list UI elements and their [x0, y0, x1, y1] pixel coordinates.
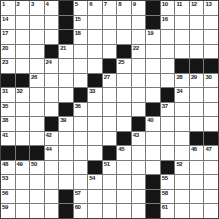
clue-number: 42 [46, 132, 52, 139]
crossword-cell[interactable] [204, 204, 218, 218]
clue-number: 18 [75, 30, 81, 37]
crossword-cell[interactable] [132, 190, 146, 204]
crossword-cell[interactable] [161, 74, 175, 88]
crossword-cell[interactable]: 55 [161, 175, 175, 189]
clue-number: 59 [2, 204, 8, 211]
crossword-cell[interactable]: 21 [59, 45, 73, 59]
crossword-cell[interactable] [59, 161, 73, 175]
clue-number: 41 [2, 132, 8, 139]
crossword-cell[interactable]: 4 [45, 1, 59, 15]
blocked-cell [88, 161, 102, 175]
crossword-cell[interactable]: 26 [30, 74, 44, 88]
blocked-cell [30, 146, 44, 160]
crossword-cell[interactable]: 49 [16, 161, 30, 175]
crossword-cell[interactable]: 39 [59, 117, 73, 131]
clue-number: 28 [176, 74, 182, 81]
crossword-cell[interactable]: 60 [74, 204, 88, 218]
crossword-cell[interactable] [132, 161, 146, 175]
crossword-cell[interactable] [204, 30, 218, 44]
crossword-cell[interactable] [175, 16, 189, 30]
crossword-cell[interactable]: 19 [146, 30, 160, 44]
crossword-cell[interactable]: 6 [88, 1, 102, 15]
crossword-cell[interactable]: 13 [204, 1, 218, 15]
crossword-cell[interactable] [30, 45, 44, 59]
crossword-cell[interactable]: 2 [16, 1, 30, 15]
crossword-cell[interactable] [59, 132, 73, 146]
clue-number: 54 [89, 175, 95, 182]
clue-number: 36 [75, 103, 81, 110]
clue-number: 38 [2, 117, 8, 124]
crossword-cell[interactable] [45, 88, 59, 102]
crossword-cell[interactable] [103, 16, 117, 30]
crossword-cell[interactable] [175, 45, 189, 59]
crossword-cell[interactable]: 59 [1, 204, 15, 218]
blocked-cell [59, 1, 73, 15]
clue-number: 56 [2, 190, 8, 197]
crossword-cell[interactable] [59, 175, 73, 189]
clue-number: 61 [162, 204, 168, 211]
crossword-cell[interactable] [16, 132, 30, 146]
crossword-cell[interactable] [117, 117, 131, 131]
crossword-cell[interactable] [204, 175, 218, 189]
crossword-cell[interactable] [146, 146, 160, 160]
clue-number: 5 [75, 1, 78, 8]
crossword-cell[interactable] [103, 190, 117, 204]
crossword-cell[interactable] [175, 117, 189, 131]
crossword-cell[interactable] [74, 117, 88, 131]
crossword-cell[interactable] [175, 132, 189, 146]
crossword-cell[interactable]: 56 [1, 190, 15, 204]
crossword-cell[interactable] [132, 204, 146, 218]
clue-number: 25 [118, 59, 124, 66]
crossword-cell[interactable]: 18 [74, 30, 88, 44]
clue-number: 40 [147, 117, 153, 124]
crossword-cell[interactable]: 32 [16, 88, 30, 102]
crossword-cell[interactable] [59, 146, 73, 160]
clue-number: 39 [60, 117, 66, 124]
crossword-cell[interactable] [117, 204, 131, 218]
crossword-cell[interactable] [103, 88, 117, 102]
blocked-cell [103, 59, 117, 73]
crossword-cell[interactable] [175, 204, 189, 218]
crossword-cell[interactable]: 34 [175, 88, 189, 102]
crossword-cell[interactable] [204, 117, 218, 131]
crossword-cell[interactable] [146, 74, 160, 88]
crossword-cell[interactable] [16, 117, 30, 131]
clue-number: 24 [46, 59, 52, 66]
crossword-cell[interactable] [161, 146, 175, 160]
crossword-cell[interactable] [132, 88, 146, 102]
crossword-cell[interactable] [30, 132, 44, 146]
crossword-cell[interactable] [190, 161, 204, 175]
crossword-cell[interactable]: 20 [1, 45, 15, 59]
crossword-cell[interactable]: 3 [30, 1, 44, 15]
crossword-cell[interactable] [88, 204, 102, 218]
crossword-cell[interactable] [117, 161, 131, 175]
crossword-cell[interactable]: 54 [88, 175, 102, 189]
crossword-cell[interactable] [190, 117, 204, 131]
crossword-cell[interactable] [175, 103, 189, 117]
crossword-cell[interactable] [45, 103, 59, 117]
crossword-cell[interactable] [103, 30, 117, 44]
clue-number: 8 [118, 1, 121, 8]
crossword-cell[interactable]: 42 [45, 132, 59, 146]
crossword-cell[interactable] [30, 117, 44, 131]
crossword-cell[interactable]: 5 [74, 1, 88, 15]
crossword-cell[interactable]: 29 [190, 74, 204, 88]
blocked-cell [59, 30, 73, 44]
crossword-cell[interactable]: 30 [204, 74, 218, 88]
crossword-cell[interactable] [117, 16, 131, 30]
blocked-cell [146, 190, 160, 204]
crossword-cell[interactable]: 12 [190, 1, 204, 15]
crossword-cell[interactable]: 10 [161, 1, 175, 15]
clue-number: 47 [205, 146, 211, 153]
crossword-cell[interactable] [45, 190, 59, 204]
crossword-cell[interactable] [175, 190, 189, 204]
crossword-cell[interactable] [161, 117, 175, 131]
crossword-cell[interactable] [45, 74, 59, 88]
crossword-cell[interactable]: 15 [74, 16, 88, 30]
clue-number: 31 [2, 88, 8, 95]
crossword-cell[interactable] [190, 30, 204, 44]
clue-number: 4 [46, 1, 49, 8]
clue-number: 44 [46, 146, 52, 153]
crossword-cell[interactable] [88, 132, 102, 146]
crossword-cell[interactable] [45, 175, 59, 189]
crossword-cell[interactable] [204, 190, 218, 204]
crossword-cell[interactable] [132, 103, 146, 117]
crossword-cell[interactable] [74, 59, 88, 73]
blocked-cell [59, 16, 73, 30]
crossword-cell[interactable]: 61 [161, 204, 175, 218]
crossword-cell[interactable]: 41 [1, 132, 15, 146]
clue-number: 1 [2, 1, 5, 8]
crossword-cell[interactable] [132, 146, 146, 160]
crossword-cell[interactable]: 37 [161, 103, 175, 117]
crossword-cell[interactable]: 25 [117, 59, 131, 73]
crossword-cell[interactable]: 52 [175, 161, 189, 175]
crossword-cell[interactable] [103, 175, 117, 189]
crossword-cell[interactable] [30, 190, 44, 204]
crossword-cell[interactable] [132, 16, 146, 30]
clue-number: 26 [31, 74, 37, 81]
crossword-cell[interactable] [204, 161, 218, 175]
blocked-cell [146, 103, 160, 117]
blocked-cell [146, 204, 160, 218]
crossword-cell[interactable] [45, 30, 59, 44]
crossword-cell[interactable]: 40 [146, 117, 160, 131]
crossword-cell[interactable] [45, 161, 59, 175]
crossword-cell[interactable] [190, 204, 204, 218]
blocked-cell [59, 103, 73, 117]
crossword-cell[interactable] [132, 59, 146, 73]
crossword-cell[interactable]: 33 [88, 88, 102, 102]
crossword-cell[interactable] [161, 132, 175, 146]
crossword-cell[interactable] [16, 103, 30, 117]
crossword-cell[interactable] [88, 190, 102, 204]
crossword-cell[interactable] [30, 175, 44, 189]
crossword-cell[interactable]: 36 [74, 103, 88, 117]
crossword-cell[interactable] [103, 103, 117, 117]
crossword-cell[interactable] [103, 204, 117, 218]
crossword-cell[interactable]: 45 [117, 146, 131, 160]
clue-number: 13 [205, 1, 211, 8]
clue-number: 14 [2, 16, 8, 23]
crossword-cell[interactable]: 51 [103, 161, 117, 175]
clue-number: 50 [31, 161, 37, 168]
clue-number: 10 [162, 1, 168, 8]
crossword-cell[interactable] [190, 88, 204, 102]
crossword-cell[interactable] [88, 45, 102, 59]
blocked-cell [117, 132, 131, 146]
crossword-cell[interactable]: 50 [30, 161, 44, 175]
crossword-cell[interactable] [103, 45, 117, 59]
clue-number: 27 [104, 74, 110, 81]
crossword-cell[interactable]: 44 [45, 146, 59, 160]
clue-number: 11 [176, 1, 182, 8]
crossword-cell[interactable] [161, 45, 175, 59]
blocked-cell [204, 132, 218, 146]
crossword-cell[interactable]: 1 [1, 1, 15, 15]
clue-number: 19 [147, 30, 153, 37]
crossword-cell[interactable] [30, 204, 44, 218]
crossword-cell[interactable] [146, 132, 160, 146]
crossword-cell[interactable] [16, 204, 30, 218]
blocked-cell [190, 132, 204, 146]
crossword-cell[interactable] [30, 88, 44, 102]
clue-number: 35 [2, 103, 8, 110]
clue-number: 29 [191, 74, 197, 81]
crossword-cell[interactable] [132, 175, 146, 189]
blocked-cell [16, 74, 30, 88]
crossword-cell[interactable] [88, 117, 102, 131]
blocked-cell [146, 175, 160, 189]
blocked-cell [59, 204, 73, 218]
crossword-cell[interactable]: 8 [117, 1, 131, 15]
crossword-cell[interactable] [16, 175, 30, 189]
crossword-cell[interactable] [45, 204, 59, 218]
clue-number: 15 [75, 16, 81, 23]
clue-number: 22 [133, 45, 139, 52]
crossword-cell[interactable]: 38 [1, 117, 15, 131]
crossword-cell[interactable] [16, 16, 30, 30]
crossword-grid: 1234567891011121314151617181920212223242… [0, 0, 219, 219]
crossword-cell[interactable] [117, 88, 131, 102]
crossword-cell[interactable]: 53 [1, 175, 15, 189]
crossword-cell[interactable] [204, 103, 218, 117]
clue-number: 20 [2, 45, 8, 52]
blocked-cell [88, 74, 102, 88]
crossword-cell[interactable] [132, 30, 146, 44]
crossword-cell[interactable] [175, 146, 189, 160]
crossword-cell[interactable]: 58 [161, 190, 175, 204]
blocked-cell [146, 16, 160, 30]
clue-number: 12 [191, 1, 197, 8]
crossword-cell[interactable] [16, 190, 30, 204]
clue-number: 21 [60, 45, 66, 52]
crossword-cell[interactable] [132, 74, 146, 88]
crossword-cell[interactable] [30, 30, 44, 44]
crossword-cell[interactable] [88, 103, 102, 117]
crossword-cell[interactable] [117, 103, 131, 117]
crossword-cell[interactable] [16, 45, 30, 59]
blocked-cell [161, 88, 175, 102]
crossword-cell[interactable]: 47 [204, 146, 218, 160]
crossword-cell[interactable] [204, 45, 218, 59]
clue-number: 34 [176, 88, 182, 95]
crossword-cell[interactable]: 31 [1, 88, 15, 102]
blocked-cell [161, 161, 175, 175]
blocked-cell [146, 1, 160, 15]
clue-number: 46 [191, 146, 197, 153]
crossword-cell[interactable] [117, 74, 131, 88]
clue-number: 52 [176, 161, 182, 168]
crossword-cell[interactable]: 43 [132, 132, 146, 146]
crossword-cell[interactable]: 22 [132, 45, 146, 59]
clue-number: 57 [75, 190, 81, 197]
crossword-cell[interactable]: 27 [103, 74, 117, 88]
blocked-cell [45, 45, 59, 59]
clue-number: 51 [104, 161, 110, 168]
crossword-cell[interactable] [190, 16, 204, 30]
crossword-cell[interactable] [190, 190, 204, 204]
crossword-cell[interactable] [59, 59, 73, 73]
crossword-cell[interactable] [146, 161, 160, 175]
clue-number: 2 [17, 1, 20, 8]
blocked-cell [175, 59, 189, 73]
crossword-cell[interactable]: 17 [1, 30, 15, 44]
crossword-cell[interactable] [88, 30, 102, 44]
crossword-cell[interactable] [30, 16, 44, 30]
blocked-cell [16, 146, 30, 160]
crossword-cell[interactable] [190, 103, 204, 117]
clue-number: 16 [162, 16, 168, 23]
clue-number: 37 [162, 103, 168, 110]
crossword-cell[interactable] [146, 45, 160, 59]
crossword-cell[interactable]: 48 [1, 161, 15, 175]
crossword-cell[interactable] [161, 30, 175, 44]
crossword-cell[interactable]: 28 [175, 74, 189, 88]
crossword-cell[interactable] [204, 88, 218, 102]
clue-number: 3 [31, 1, 34, 8]
clue-number: 33 [89, 88, 95, 95]
crossword-cell[interactable] [117, 175, 131, 189]
crossword-cell[interactable] [146, 88, 160, 102]
crossword-cell[interactable] [74, 132, 88, 146]
crossword-cell[interactable] [74, 161, 88, 175]
clue-number: 55 [162, 175, 168, 182]
blocked-cell [1, 146, 15, 160]
crossword-cell[interactable] [88, 146, 102, 160]
crossword-cell[interactable] [74, 146, 88, 160]
crossword-cell[interactable] [59, 74, 73, 88]
crossword-cell[interactable] [59, 88, 73, 102]
crossword-cell[interactable] [161, 59, 175, 73]
crossword-cell[interactable]: 23 [1, 59, 15, 73]
crossword-cell[interactable] [146, 59, 160, 73]
crossword-cell[interactable] [45, 16, 59, 30]
crossword-cell[interactable] [74, 175, 88, 189]
blocked-cell [204, 59, 218, 73]
crossword-cell[interactable] [117, 30, 131, 44]
crossword-cell[interactable]: 46 [190, 146, 204, 160]
crossword-cell[interactable] [74, 74, 88, 88]
crossword-cell[interactable] [16, 59, 30, 73]
crossword-cell[interactable]: 7 [103, 1, 117, 15]
clue-number: 53 [2, 175, 8, 182]
crossword-cell[interactable] [190, 45, 204, 59]
clue-number: 58 [162, 190, 168, 197]
blocked-cell [132, 117, 146, 131]
blocked-cell [1, 74, 15, 88]
crossword-cell[interactable] [204, 16, 218, 30]
clue-number: 48 [2, 161, 8, 168]
clue-number: 9 [133, 1, 136, 8]
crossword-cell[interactable] [175, 30, 189, 44]
blocked-cell [59, 190, 73, 204]
crossword-cell[interactable] [30, 59, 44, 73]
crossword-cell[interactable]: 14 [1, 16, 15, 30]
crossword-cell[interactable]: 24 [45, 59, 59, 73]
clue-number: 32 [17, 88, 23, 95]
crossword-cell[interactable] [103, 132, 117, 146]
clue-number: 30 [205, 74, 211, 81]
clue-number: 23 [2, 59, 8, 66]
crossword-cell[interactable] [103, 117, 117, 131]
clue-number: 17 [2, 30, 8, 37]
crossword-cell[interactable] [74, 45, 88, 59]
crossword-cell[interactable]: 57 [74, 190, 88, 204]
clue-number: 7 [104, 1, 107, 8]
crossword-cell[interactable]: 35 [1, 103, 15, 117]
crossword-cell[interactable] [16, 30, 30, 44]
crossword-cell[interactable] [190, 175, 204, 189]
blocked-cell [45, 117, 59, 131]
crossword-cell[interactable] [175, 175, 189, 189]
blocked-cell [74, 88, 88, 102]
blocked-cell [190, 59, 204, 73]
crossword-cell[interactable] [88, 59, 102, 73]
crossword-cell[interactable]: 11 [175, 1, 189, 15]
clue-number: 49 [17, 161, 23, 168]
blocked-cell [103, 146, 117, 160]
crossword-cell[interactable]: 16 [161, 16, 175, 30]
crossword-cell[interactable]: 9 [132, 1, 146, 15]
crossword-cell[interactable] [117, 190, 131, 204]
clue-number: 45 [118, 146, 124, 153]
clue-number: 6 [89, 1, 92, 8]
crossword-cell[interactable] [88, 16, 102, 30]
clue-number: 60 [75, 204, 81, 211]
crossword-cell[interactable] [30, 103, 44, 117]
clue-number: 43 [133, 132, 139, 139]
blocked-cell [117, 45, 131, 59]
